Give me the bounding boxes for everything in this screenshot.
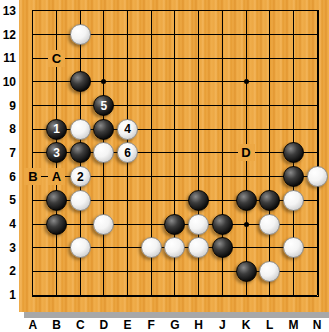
- white-stone-E8[interactable]: 4: [117, 119, 138, 140]
- intersection-J2[interactable]: [211, 260, 235, 284]
- intersection-A2[interactable]: [21, 260, 45, 284]
- intersection-F7[interactable]: [139, 141, 163, 165]
- col-label-B: B: [45, 318, 69, 332]
- intersection-M12[interactable]: [282, 23, 306, 47]
- intersection-M1[interactable]: [282, 283, 306, 307]
- intersection-D1[interactable]: [92, 283, 116, 307]
- black-stone-D9[interactable]: 5: [93, 95, 114, 116]
- move-number: 2: [77, 171, 84, 183]
- intersection-N1[interactable]: [305, 283, 329, 307]
- intersection-C5[interactable]: [68, 189, 92, 213]
- intersection-L2[interactable]: [258, 260, 282, 284]
- intersection-D11[interactable]: [92, 46, 116, 70]
- intersection-A3[interactable]: [21, 236, 45, 260]
- intersection-E9[interactable]: [116, 94, 140, 118]
- intersection-G4[interactable]: [163, 212, 187, 236]
- col-label-G: G: [163, 318, 187, 332]
- intersection-L10[interactable]: [258, 70, 282, 94]
- white-stone-M3[interactable]: [283, 237, 304, 258]
- row-label-2: 2: [0, 260, 19, 284]
- intersection-L8[interactable]: [258, 117, 282, 141]
- row-label-5: 5: [0, 189, 19, 213]
- intersection-C6[interactable]: 2: [68, 165, 92, 189]
- move-number: 5: [101, 100, 108, 112]
- row-label-10: 10: [0, 70, 19, 94]
- white-stone-G3[interactable]: [164, 237, 185, 258]
- col-label-C: C: [68, 318, 92, 332]
- intersection-C4[interactable]: [68, 212, 92, 236]
- intersection-M5[interactable]: [282, 189, 306, 213]
- white-stone-C6[interactable]: 2: [70, 166, 91, 187]
- intersection-C9[interactable]: [68, 94, 92, 118]
- intersection-B2[interactable]: [45, 260, 69, 284]
- intersection-M3[interactable]: [282, 236, 306, 260]
- intersection-F12[interactable]: [139, 23, 163, 47]
- intersection-D9[interactable]: 5: [92, 94, 116, 118]
- intersection-M11[interactable]: [282, 46, 306, 70]
- col-label-K: K: [234, 318, 258, 332]
- intersection-M10[interactable]: [282, 70, 306, 94]
- intersection-D12[interactable]: [92, 23, 116, 47]
- intersection-G6[interactable]: [163, 165, 187, 189]
- black-stone-B4[interactable]: [46, 214, 67, 235]
- black-stone-B8[interactable]: 1: [46, 119, 67, 140]
- intersection-L13[interactable]: [258, 0, 282, 23]
- intersection-N13[interactable]: [305, 0, 329, 23]
- intersection-E5[interactable]: [116, 189, 140, 213]
- intersection-H13[interactable]: [187, 0, 211, 23]
- intersection-C10[interactable]: [68, 70, 92, 94]
- intersection-H11[interactable]: [187, 46, 211, 70]
- intersection-B4[interactable]: [45, 212, 69, 236]
- white-stone-C3[interactable]: [70, 237, 91, 258]
- col-label-M: M: [282, 318, 306, 332]
- intersection-C3[interactable]: [68, 236, 92, 260]
- column-coordinate-strip: ABCDEFGHJKLMN: [0, 318, 329, 332]
- intersection-K1[interactable]: [234, 283, 258, 307]
- intersection-D6[interactable]: [92, 165, 116, 189]
- intersection-E8[interactable]: 4: [116, 117, 140, 141]
- black-stone-J3[interactable]: [212, 237, 233, 258]
- intersection-J4[interactable]: [211, 212, 235, 236]
- intersection-F2[interactable]: [139, 260, 163, 284]
- intersection-E1[interactable]: [116, 283, 140, 307]
- row-label-12: 12: [0, 23, 19, 47]
- intersection-F9[interactable]: [139, 94, 163, 118]
- intersection-G13[interactable]: [163, 0, 187, 23]
- col-label-N: N: [305, 318, 329, 332]
- intersection-D5[interactable]: [92, 189, 116, 213]
- intersection-C1[interactable]: [68, 283, 92, 307]
- row-label-7: 7: [0, 141, 19, 165]
- intersection-A13[interactable]: [21, 0, 45, 23]
- white-stone-C12[interactable]: [70, 24, 91, 45]
- intersection-M2[interactable]: [282, 260, 306, 284]
- intersection-K7[interactable]: D: [234, 141, 258, 165]
- intersection-K13[interactable]: [234, 0, 258, 23]
- intersection-K5[interactable]: [234, 189, 258, 213]
- intersection-E3[interactable]: [116, 236, 140, 260]
- intersection-D4[interactable]: [92, 212, 116, 236]
- intersection-G10[interactable]: [163, 70, 187, 94]
- intersection-N2[interactable]: [305, 260, 329, 284]
- black-stone-B7[interactable]: 3: [46, 142, 67, 163]
- intersection-G8[interactable]: [163, 117, 187, 141]
- intersection-E11[interactable]: [116, 46, 140, 70]
- intersection-J6[interactable]: [211, 165, 235, 189]
- intersection-E7[interactable]: 6: [116, 141, 140, 165]
- intersection-K12[interactable]: [234, 23, 258, 47]
- move-number: 3: [53, 147, 60, 159]
- black-stone-B5[interactable]: [46, 190, 67, 211]
- row-label-6: 6: [0, 165, 19, 189]
- intersection-M4[interactable]: [282, 212, 306, 236]
- intersection-N11[interactable]: [305, 46, 329, 70]
- intersection-A1[interactable]: [21, 283, 45, 307]
- intersection-N7[interactable]: [305, 141, 329, 165]
- intersection-E2[interactable]: [116, 260, 140, 284]
- star-point-K4: [244, 222, 249, 227]
- black-stone-H5[interactable]: [188, 190, 209, 211]
- intersection-A7[interactable]: [21, 141, 45, 165]
- intersection-K3[interactable]: [234, 236, 258, 260]
- intersection-E4[interactable]: [116, 212, 140, 236]
- intersection-L11[interactable]: [258, 46, 282, 70]
- intersection-L9[interactable]: [258, 94, 282, 118]
- intersection-H7[interactable]: [187, 141, 211, 165]
- row-label-11: 11: [0, 46, 19, 70]
- annotation-label-A: A: [48, 168, 65, 185]
- intersection-G7[interactable]: [163, 141, 187, 165]
- intersection-F1[interactable]: [139, 283, 163, 307]
- intersection-J13[interactable]: [211, 0, 235, 23]
- black-stone-C10[interactable]: [70, 71, 91, 92]
- intersection-J12[interactable]: [211, 23, 235, 47]
- intersection-A12[interactable]: [21, 23, 45, 47]
- intersection-K9[interactable]: [234, 94, 258, 118]
- black-stone-C7[interactable]: [70, 142, 91, 163]
- col-label-J: J: [211, 318, 235, 332]
- black-stone-G4[interactable]: [164, 214, 185, 235]
- col-label-A: A: [21, 318, 45, 332]
- intersection-B11[interactable]: C: [45, 46, 69, 70]
- row-label-13: 13: [0, 0, 19, 23]
- intersection-D2[interactable]: [92, 260, 116, 284]
- col-label-L: L: [258, 318, 282, 332]
- intersection-E10[interactable]: [116, 70, 140, 94]
- white-stone-H3[interactable]: [188, 237, 209, 258]
- column-labels: ABCDEFGHJKLMN: [21, 318, 329, 332]
- intersection-C11[interactable]: [68, 46, 92, 70]
- intersection-F11[interactable]: [139, 46, 163, 70]
- intersection-J7[interactable]: [211, 141, 235, 165]
- intersection-A8[interactable]: [21, 117, 45, 141]
- white-stone-F3[interactable]: [141, 237, 162, 258]
- intersection-H12[interactable]: [187, 23, 211, 47]
- intersection-M9[interactable]: [282, 94, 306, 118]
- intersection-F6[interactable]: [139, 165, 163, 189]
- intersection-E6[interactable]: [116, 165, 140, 189]
- intersection-A5[interactable]: [21, 189, 45, 213]
- intersection-F8[interactable]: [139, 117, 163, 141]
- intersection-D7[interactable]: [92, 141, 116, 165]
- intersection-B3[interactable]: [45, 236, 69, 260]
- black-stone-M7[interactable]: [283, 142, 304, 163]
- intersection-G9[interactable]: [163, 94, 187, 118]
- intersection-H4[interactable]: [187, 212, 211, 236]
- intersection-H10[interactable]: [187, 70, 211, 94]
- intersection-H5[interactable]: [187, 189, 211, 213]
- white-stone-L2[interactable]: [259, 261, 280, 282]
- intersection-J10[interactable]: [211, 70, 235, 94]
- intersection-C13[interactable]: [68, 0, 92, 23]
- intersection-N4[interactable]: [305, 212, 329, 236]
- intersection-H2[interactable]: [187, 260, 211, 284]
- intersection-M13[interactable]: [282, 0, 306, 23]
- white-stone-E7[interactable]: 6: [117, 142, 138, 163]
- intersection-H6[interactable]: [187, 165, 211, 189]
- intersection-A6[interactable]: B: [21, 165, 45, 189]
- intersection-B1[interactable]: [45, 283, 69, 307]
- intersection-F13[interactable]: [139, 0, 163, 23]
- move-number: 6: [124, 147, 131, 159]
- intersection-L6[interactable]: [258, 165, 282, 189]
- intersection-M6[interactable]: [282, 165, 306, 189]
- intersection-L1[interactable]: [258, 283, 282, 307]
- intersection-L5[interactable]: [258, 189, 282, 213]
- intersection-M7[interactable]: [282, 141, 306, 165]
- intersection-A10[interactable]: [21, 70, 45, 94]
- move-number: 4: [124, 123, 131, 135]
- intersection-B8[interactable]: 1: [45, 117, 69, 141]
- annotation-label-B: B: [24, 168, 41, 185]
- intersection-F3[interactable]: [139, 236, 163, 260]
- intersection-J1[interactable]: [211, 283, 235, 307]
- row-label-8: 8: [0, 117, 19, 141]
- white-stone-C8[interactable]: [70, 119, 91, 140]
- intersection-J3[interactable]: [211, 236, 235, 260]
- intersection-B10[interactable]: [45, 70, 69, 94]
- intersection-J5[interactable]: [211, 189, 235, 213]
- star-point-K10: [244, 79, 249, 84]
- intersection-N6[interactable]: [305, 165, 329, 189]
- white-stone-D7[interactable]: [93, 142, 114, 163]
- star-point-D10: [101, 79, 106, 84]
- intersection-C12[interactable]: [68, 23, 92, 47]
- intersection-J9[interactable]: [211, 94, 235, 118]
- intersection-A9[interactable]: [21, 94, 45, 118]
- intersection-N12[interactable]: [305, 23, 329, 47]
- intersection-N5[interactable]: [305, 189, 329, 213]
- intersection-K10[interactable]: [234, 70, 258, 94]
- intersection-B13[interactable]: [45, 0, 69, 23]
- white-stone-D4[interactable]: [93, 214, 114, 235]
- col-label-D: D: [92, 318, 116, 332]
- col-label-H: H: [187, 318, 211, 332]
- intersection-G1[interactable]: [163, 283, 187, 307]
- intersection-J8[interactable]: [211, 117, 235, 141]
- intersection-N8[interactable]: [305, 117, 329, 141]
- intersection-G11[interactable]: [163, 46, 187, 70]
- row-label-4: 4: [0, 212, 19, 236]
- intersection-G12[interactable]: [163, 23, 187, 47]
- intersection-C7[interactable]: [68, 141, 92, 165]
- intersection-H1[interactable]: [187, 283, 211, 307]
- row-label-1: 1: [0, 283, 19, 307]
- black-stone-J4[interactable]: [212, 214, 233, 235]
- intersection-A4[interactable]: [21, 212, 45, 236]
- white-stone-H4[interactable]: [188, 214, 209, 235]
- intersection-H8[interactable]: [187, 117, 211, 141]
- black-stone-M6[interactable]: [283, 166, 304, 187]
- white-stone-N6[interactable]: [307, 166, 328, 187]
- intersection-N9[interactable]: [305, 94, 329, 118]
- intersection-E12[interactable]: [116, 23, 140, 47]
- intersection-M8[interactable]: [282, 117, 306, 141]
- white-stone-C5[interactable]: [70, 190, 91, 211]
- intersection-K4[interactable]: [234, 212, 258, 236]
- intersection-K8[interactable]: [234, 117, 258, 141]
- intersection-B9[interactable]: [45, 94, 69, 118]
- row-coordinate-strip: 13121110987654321: [0, 0, 19, 307]
- intersection-D3[interactable]: [92, 236, 116, 260]
- intersection-D10[interactable]: [92, 70, 116, 94]
- intersection-H9[interactable]: [187, 94, 211, 118]
- intersection-B6[interactable]: A: [45, 165, 69, 189]
- intersection-B7[interactable]: 3: [45, 141, 69, 165]
- intersection-D8[interactable]: [92, 117, 116, 141]
- intersection-L3[interactable]: [258, 236, 282, 260]
- row-label-9: 9: [0, 94, 19, 118]
- intersection-J11[interactable]: [211, 46, 235, 70]
- intersection-L4[interactable]: [258, 212, 282, 236]
- intersection-B5[interactable]: [45, 189, 69, 213]
- intersection-F5[interactable]: [139, 189, 163, 213]
- annotation-label-D: D: [238, 144, 255, 161]
- intersection-N3[interactable]: [305, 236, 329, 260]
- col-label-F: F: [139, 318, 163, 332]
- intersection-F4[interactable]: [139, 212, 163, 236]
- intersection-N10[interactable]: [305, 70, 329, 94]
- intersection-G2[interactable]: [163, 260, 187, 284]
- annotation-label-C: C: [48, 50, 65, 67]
- intersection-B12[interactable]: [45, 23, 69, 47]
- move-number: 1: [53, 123, 60, 135]
- row-label-3: 3: [0, 236, 19, 260]
- intersection-K2[interactable]: [234, 260, 258, 284]
- col-label-E: E: [116, 318, 140, 332]
- intersection-K6[interactable]: [234, 165, 258, 189]
- white-stone-L4[interactable]: [259, 214, 280, 235]
- intersection-G5[interactable]: [163, 189, 187, 213]
- intersection-A11[interactable]: [21, 46, 45, 70]
- black-stone-K2[interactable]: [236, 261, 257, 282]
- intersection-L7[interactable]: [258, 141, 282, 165]
- intersection-D13[interactable]: [92, 0, 116, 23]
- intersection-K11[interactable]: [234, 46, 258, 70]
- goban: C51436DBA2: [19, 0, 329, 312]
- intersection-E13[interactable]: [116, 0, 140, 23]
- black-stone-L5[interactable]: [259, 190, 280, 211]
- intersection-G3[interactable]: [163, 236, 187, 260]
- white-stone-M5[interactable]: [283, 190, 304, 211]
- intersection-L12[interactable]: [258, 23, 282, 47]
- black-stone-D8[interactable]: [93, 119, 114, 140]
- intersection-H3[interactable]: [187, 236, 211, 260]
- black-stone-K5[interactable]: [236, 190, 257, 211]
- intersection-F10[interactable]: [139, 70, 163, 94]
- intersection-C8[interactable]: [68, 117, 92, 141]
- go-grid: C51436DBA2: [21, 0, 329, 307]
- intersection-C2[interactable]: [68, 260, 92, 284]
